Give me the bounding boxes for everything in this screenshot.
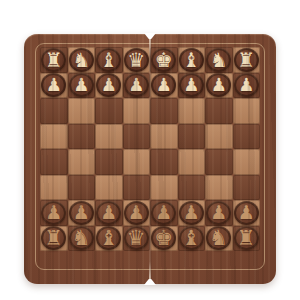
square-a8[interactable]: ♜ — [40, 47, 68, 73]
piece-glyph: ♟ — [45, 203, 62, 222]
square-f6[interactable] — [178, 98, 206, 124]
piece-white-knight-b1[interactable]: ♞ — [69, 226, 94, 250]
piece-black-pawn-d7[interactable]: ♟ — [124, 73, 149, 97]
square-c1[interactable]: ♝ — [95, 226, 123, 252]
piece-black-king-e8[interactable]: ♚ — [151, 48, 176, 72]
piece-black-bishop-f8[interactable]: ♝ — [179, 48, 204, 72]
piece-black-rook-h8[interactable]: ♜ — [234, 48, 259, 72]
piece-glyph: ♝ — [99, 227, 118, 248]
piece-black-pawn-a7[interactable]: ♟ — [41, 73, 66, 97]
piece-white-pawn-f2[interactable]: ♟ — [179, 201, 204, 225]
piece-black-pawn-f7[interactable]: ♟ — [179, 73, 204, 97]
square-a7[interactable]: ♟ — [40, 73, 68, 99]
square-d6[interactable] — [123, 98, 151, 124]
square-h1[interactable]: ♜ — [233, 226, 261, 252]
square-c5[interactable] — [95, 124, 123, 150]
square-d3[interactable] — [123, 175, 151, 201]
square-e8[interactable]: ♚ — [150, 47, 178, 73]
square-b6[interactable] — [68, 98, 96, 124]
piece-white-pawn-c2[interactable]: ♟ — [96, 201, 121, 225]
square-a3[interactable] — [40, 175, 68, 201]
piece-glyph: ♟ — [183, 203, 200, 222]
square-g3[interactable] — [205, 175, 233, 201]
piece-glyph: ♞ — [72, 227, 91, 248]
square-h4[interactable] — [233, 149, 261, 175]
square-d2[interactable]: ♟ — [123, 200, 151, 226]
square-c7[interactable]: ♟ — [95, 73, 123, 99]
piece-white-knight-g1[interactable]: ♞ — [206, 226, 231, 250]
piece-white-pawn-b2[interactable]: ♟ — [69, 201, 94, 225]
piece-glyph: ♟ — [156, 76, 172, 94]
square-a4[interactable] — [40, 149, 68, 175]
square-f8[interactable]: ♝ — [178, 47, 206, 73]
square-h5[interactable] — [233, 124, 261, 150]
piece-glyph: ♞ — [210, 49, 228, 69]
board-grid: ♜♞♝♛♚♝♞♜♟♟♟♟♟♟♟♟♟♟♟♟♟♟♟♟♜♞♝♛♚♝♞♜ — [40, 47, 260, 251]
piece-glyph: ♟ — [101, 76, 117, 94]
square-h6[interactable] — [233, 98, 261, 124]
piece-white-pawn-h2[interactable]: ♟ — [234, 201, 259, 225]
piece-glyph: ♛ — [127, 49, 145, 69]
square-h7[interactable]: ♟ — [233, 73, 261, 99]
square-g1[interactable]: ♞ — [205, 226, 233, 252]
piece-black-rook-a8[interactable]: ♜ — [41, 48, 66, 72]
piece-black-pawn-h7[interactable]: ♟ — [234, 73, 259, 97]
piece-white-king-e1[interactable]: ♚ — [151, 226, 176, 250]
piece-glyph: ♝ — [182, 227, 201, 248]
square-f1[interactable]: ♝ — [178, 226, 206, 252]
piece-white-pawn-a2[interactable]: ♟ — [41, 201, 66, 225]
square-b8[interactable]: ♞ — [68, 47, 96, 73]
square-e6[interactable] — [150, 98, 178, 124]
square-f4[interactable] — [178, 149, 206, 175]
square-g6[interactable] — [205, 98, 233, 124]
square-f3[interactable] — [178, 175, 206, 201]
piece-white-pawn-d2[interactable]: ♟ — [124, 201, 149, 225]
square-e2[interactable]: ♟ — [150, 200, 178, 226]
hinge-notch-top — [144, 33, 156, 39]
piece-glyph: ♟ — [46, 76, 62, 94]
square-c2[interactable]: ♟ — [95, 200, 123, 226]
square-g7[interactable]: ♟ — [205, 73, 233, 99]
square-d8[interactable]: ♛ — [123, 47, 151, 73]
piece-glyph: ♜ — [44, 227, 63, 248]
piece-black-pawn-b7[interactable]: ♟ — [69, 73, 94, 97]
square-g8[interactable]: ♞ — [205, 47, 233, 73]
piece-glyph: ♟ — [238, 76, 254, 94]
square-d1[interactable]: ♛ — [123, 226, 151, 252]
piece-glyph: ♜ — [237, 227, 256, 248]
square-g5[interactable] — [205, 124, 233, 150]
square-d7[interactable]: ♟ — [123, 73, 151, 99]
piece-white-pawn-e2[interactable]: ♟ — [151, 201, 176, 225]
square-g2[interactable]: ♟ — [205, 200, 233, 226]
square-c6[interactable] — [95, 98, 123, 124]
piece-white-bishop-c1[interactable]: ♝ — [96, 226, 121, 250]
piece-glyph: ♞ — [72, 49, 90, 69]
piece-glyph: ♟ — [211, 76, 227, 94]
piece-black-queen-d8[interactable]: ♛ — [124, 48, 149, 72]
square-a5[interactable] — [40, 124, 68, 150]
piece-white-pawn-g2[interactable]: ♟ — [206, 201, 231, 225]
square-d5[interactable] — [123, 124, 151, 150]
piece-glyph: ♟ — [128, 203, 145, 222]
square-g4[interactable] — [205, 149, 233, 175]
square-c8[interactable]: ♝ — [95, 47, 123, 73]
square-b3[interactable] — [68, 175, 96, 201]
square-c3[interactable] — [95, 175, 123, 201]
square-a1[interactable]: ♜ — [40, 226, 68, 252]
piece-glyph: ♟ — [73, 76, 89, 94]
square-f2[interactable]: ♟ — [178, 200, 206, 226]
square-b4[interactable] — [68, 149, 96, 175]
square-e1[interactable]: ♚ — [150, 226, 178, 252]
piece-black-pawn-g7[interactable]: ♟ — [206, 73, 231, 97]
square-a2[interactable]: ♟ — [40, 200, 68, 226]
piece-glyph: ♞ — [209, 227, 228, 248]
square-b2[interactable]: ♟ — [68, 200, 96, 226]
piece-black-pawn-e7[interactable]: ♟ — [151, 73, 176, 97]
square-h3[interactable] — [233, 175, 261, 201]
piece-black-bishop-c8[interactable]: ♝ — [96, 48, 121, 72]
piece-black-knight-b8[interactable]: ♞ — [69, 48, 94, 72]
square-b5[interactable] — [68, 124, 96, 150]
piece-glyph: ♛ — [127, 227, 146, 248]
square-b1[interactable]: ♞ — [68, 226, 96, 252]
square-h2[interactable]: ♟ — [233, 200, 261, 226]
square-f7[interactable]: ♟ — [178, 73, 206, 99]
piece-glyph: ♚ — [154, 227, 173, 248]
piece-glyph: ♜ — [45, 49, 63, 69]
piece-glyph: ♟ — [100, 203, 117, 222]
piece-glyph: ♟ — [210, 203, 227, 222]
square-a6[interactable] — [40, 98, 68, 124]
piece-white-rook-a1[interactable]: ♜ — [41, 226, 66, 250]
square-e4[interactable] — [150, 149, 178, 175]
square-f5[interactable] — [178, 124, 206, 150]
piece-black-knight-g8[interactable]: ♞ — [206, 48, 231, 72]
square-e5[interactable] — [150, 124, 178, 150]
piece-black-pawn-c7[interactable]: ♟ — [96, 73, 121, 97]
piece-glyph: ♟ — [155, 203, 172, 222]
piece-glyph: ♜ — [237, 49, 255, 69]
square-e7[interactable]: ♟ — [150, 73, 178, 99]
product-photo: ♜♞♝♛♚♝♞♜♟♟♟♟♟♟♟♟♟♟♟♟♟♟♟♟♜♞♝♛♚♝♞♜ — [0, 0, 300, 300]
chess-board: ♜♞♝♛♚♝♞♜♟♟♟♟♟♟♟♟♟♟♟♟♟♟♟♟♜♞♝♛♚♝♞♜ — [24, 34, 276, 284]
piece-white-bishop-f1[interactable]: ♝ — [179, 226, 204, 250]
piece-glyph: ♟ — [128, 76, 144, 94]
piece-glyph: ♟ — [238, 203, 255, 222]
square-h8[interactable]: ♜ — [233, 47, 261, 73]
piece-glyph: ♟ — [183, 76, 199, 94]
piece-glyph: ♟ — [73, 203, 90, 222]
piece-white-rook-h1[interactable]: ♜ — [234, 226, 259, 250]
piece-glyph: ♚ — [155, 49, 173, 69]
square-b7[interactable]: ♟ — [68, 73, 96, 99]
square-d4[interactable] — [123, 149, 151, 175]
piece-white-queen-d1[interactable]: ♛ — [124, 226, 149, 250]
hinge-notch-bottom — [144, 279, 156, 285]
piece-glyph: ♝ — [100, 49, 118, 69]
square-c4[interactable] — [95, 149, 123, 175]
square-e3[interactable] — [150, 175, 178, 201]
piece-glyph: ♝ — [182, 49, 200, 69]
